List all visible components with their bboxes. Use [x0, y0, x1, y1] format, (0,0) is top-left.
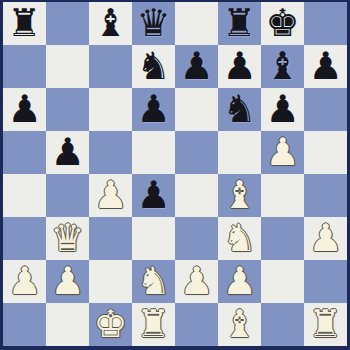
- square-b3[interactable]: ♛: [46, 217, 89, 260]
- piece-white-pawn-a2[interactable]: ♟: [3, 260, 46, 303]
- square-d6[interactable]: ♟: [132, 88, 175, 131]
- square-a3[interactable]: [3, 217, 46, 260]
- square-a1[interactable]: [3, 303, 46, 346]
- square-e4[interactable]: [175, 174, 218, 217]
- square-h7[interactable]: ♟: [304, 45, 347, 88]
- piece-white-pawn-c4[interactable]: ♟: [89, 174, 132, 217]
- square-h4[interactable]: [304, 174, 347, 217]
- square-h1[interactable]: ♜: [304, 303, 347, 346]
- square-f4[interactable]: ♝: [218, 174, 261, 217]
- piece-black-king-g8[interactable]: ♚: [261, 2, 304, 45]
- chess-board: ♜♝♛♜♚♞♟♟♝♟♟♟♞♟♟♟♟♟♝♛♞♟♟♟♞♟♟♚♜♝♜: [3, 2, 347, 346]
- square-d4[interactable]: ♟: [132, 174, 175, 217]
- square-d5[interactable]: [132, 131, 175, 174]
- square-h8[interactable]: [304, 2, 347, 45]
- piece-black-pawn-a6[interactable]: ♟: [3, 88, 46, 131]
- square-c4[interactable]: ♟: [89, 174, 132, 217]
- square-a4[interactable]: [3, 174, 46, 217]
- square-a8[interactable]: ♜: [3, 2, 46, 45]
- square-g2[interactable]: [261, 260, 304, 303]
- piece-black-queen-d8[interactable]: ♛: [132, 2, 175, 45]
- piece-black-bishop-c8[interactable]: ♝: [89, 2, 132, 45]
- square-e2[interactable]: ♟: [175, 260, 218, 303]
- piece-black-pawn-f7[interactable]: ♟: [218, 45, 261, 88]
- square-f1[interactable]: ♝: [218, 303, 261, 346]
- square-b8[interactable]: [46, 2, 89, 45]
- square-c7[interactable]: [89, 45, 132, 88]
- square-c1[interactable]: ♚: [89, 303, 132, 346]
- square-b2[interactable]: ♟: [46, 260, 89, 303]
- square-h6[interactable]: [304, 88, 347, 131]
- piece-black-pawn-b5[interactable]: ♟: [46, 131, 89, 174]
- square-b5[interactable]: ♟: [46, 131, 89, 174]
- piece-black-bishop-g7[interactable]: ♝: [261, 45, 304, 88]
- square-c6[interactable]: [89, 88, 132, 131]
- square-e6[interactable]: [175, 88, 218, 131]
- square-c2[interactable]: [89, 260, 132, 303]
- piece-white-rook-d1[interactable]: ♜: [132, 303, 175, 346]
- piece-white-queen-b3[interactable]: ♛: [46, 217, 89, 260]
- chess-board-diagram: ♜♝♛♜♚♞♟♟♝♟♟♟♞♟♟♟♟♟♝♛♞♟♟♟♞♟♟♚♜♝♜: [0, 0, 350, 350]
- square-f7[interactable]: ♟: [218, 45, 261, 88]
- piece-black-pawn-e7[interactable]: ♟: [175, 45, 218, 88]
- square-c5[interactable]: [89, 131, 132, 174]
- square-e7[interactable]: ♟: [175, 45, 218, 88]
- piece-black-pawn-g6[interactable]: ♟: [261, 88, 304, 131]
- piece-black-rook-a8[interactable]: ♜: [3, 2, 46, 45]
- square-a2[interactable]: ♟: [3, 260, 46, 303]
- square-f5[interactable]: [218, 131, 261, 174]
- piece-black-pawn-d4[interactable]: ♟: [132, 174, 175, 217]
- piece-white-bishop-f1[interactable]: ♝: [218, 303, 261, 346]
- piece-white-bishop-f4[interactable]: ♝: [218, 174, 261, 217]
- square-e1[interactable]: [175, 303, 218, 346]
- square-b6[interactable]: [46, 88, 89, 131]
- square-a6[interactable]: ♟: [3, 88, 46, 131]
- piece-black-knight-d7[interactable]: ♞: [132, 45, 175, 88]
- square-c8[interactable]: ♝: [89, 2, 132, 45]
- piece-black-rook-f8[interactable]: ♜: [218, 2, 261, 45]
- piece-black-pawn-h7[interactable]: ♟: [304, 45, 347, 88]
- square-b1[interactable]: [46, 303, 89, 346]
- piece-white-pawn-h3[interactable]: ♟: [304, 217, 347, 260]
- square-g5[interactable]: ♟: [261, 131, 304, 174]
- square-a7[interactable]: [3, 45, 46, 88]
- square-d2[interactable]: ♞: [132, 260, 175, 303]
- square-g8[interactable]: ♚: [261, 2, 304, 45]
- piece-white-knight-f3[interactable]: ♞: [218, 217, 261, 260]
- piece-white-pawn-e2[interactable]: ♟: [175, 260, 218, 303]
- piece-white-rook-h1[interactable]: ♜: [304, 303, 347, 346]
- square-g7[interactable]: ♝: [261, 45, 304, 88]
- piece-black-pawn-d6[interactable]: ♟: [132, 88, 175, 131]
- square-d7[interactable]: ♞: [132, 45, 175, 88]
- square-e8[interactable]: [175, 2, 218, 45]
- square-d8[interactable]: ♛: [132, 2, 175, 45]
- square-c3[interactable]: [89, 217, 132, 260]
- square-f3[interactable]: ♞: [218, 217, 261, 260]
- square-b4[interactable]: [46, 174, 89, 217]
- piece-white-pawn-f2[interactable]: ♟: [218, 260, 261, 303]
- square-g1[interactable]: [261, 303, 304, 346]
- square-g4[interactable]: [261, 174, 304, 217]
- square-f8[interactable]: ♜: [218, 2, 261, 45]
- square-e3[interactable]: [175, 217, 218, 260]
- square-h2[interactable]: [304, 260, 347, 303]
- square-d3[interactable]: [132, 217, 175, 260]
- piece-white-king-c1[interactable]: ♚: [89, 303, 132, 346]
- square-d1[interactable]: ♜: [132, 303, 175, 346]
- square-g6[interactable]: ♟: [261, 88, 304, 131]
- square-f2[interactable]: ♟: [218, 260, 261, 303]
- piece-white-pawn-b2[interactable]: ♟: [46, 260, 89, 303]
- piece-black-knight-f6[interactable]: ♞: [218, 88, 261, 131]
- square-b7[interactable]: [46, 45, 89, 88]
- piece-white-pawn-g5[interactable]: ♟: [261, 131, 304, 174]
- square-g3[interactable]: [261, 217, 304, 260]
- square-a5[interactable]: [3, 131, 46, 174]
- square-h5[interactable]: [304, 131, 347, 174]
- square-e5[interactable]: [175, 131, 218, 174]
- square-h3[interactable]: ♟: [304, 217, 347, 260]
- square-f6[interactable]: ♞: [218, 88, 261, 131]
- piece-white-knight-d2[interactable]: ♞: [132, 260, 175, 303]
